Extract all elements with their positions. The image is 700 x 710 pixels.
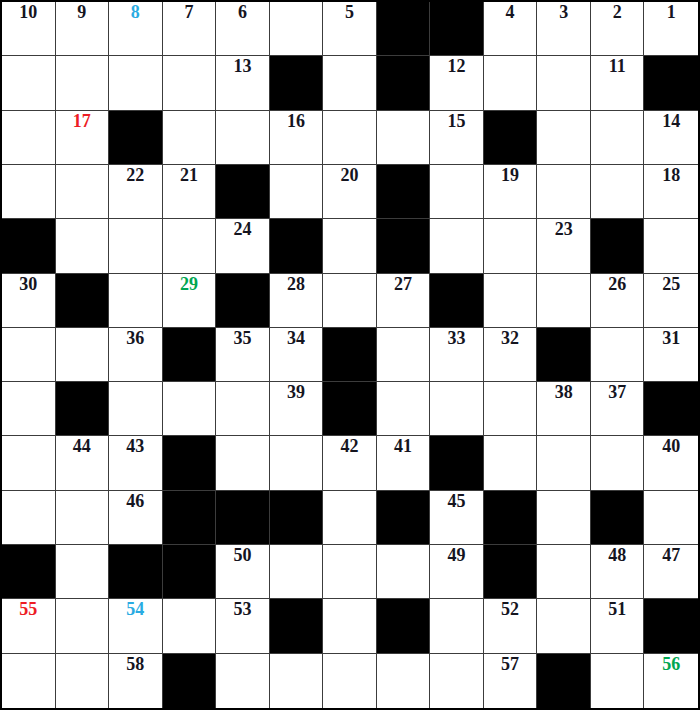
white-cell-r4c6[interactable]: [270, 165, 324, 219]
white-cell-r13c2[interactable]: [56, 654, 110, 708]
white-cell-r8c9[interactable]: [430, 382, 484, 436]
white-cell-r1c7[interactable]: 5: [323, 2, 377, 56]
white-cell-r9c12[interactable]: [591, 436, 645, 490]
white-cell-r2c5[interactable]: 13: [216, 56, 270, 110]
white-cell-r8c3[interactable]: [109, 382, 163, 436]
white-cell-r1c10[interactable]: 4: [484, 2, 538, 56]
clue-number-57: 57: [484, 655, 537, 675]
clue-number-46: 46: [109, 492, 162, 512]
white-cell-r2c10[interactable]: [484, 56, 538, 110]
clue-number-58: 58: [109, 655, 162, 675]
white-cell-r6c4[interactable]: 29: [163, 274, 217, 328]
clue-number-15: 15: [430, 112, 483, 132]
white-cell-r1c11[interactable]: 3: [537, 2, 591, 56]
white-cell-r3c9[interactable]: 15: [430, 111, 484, 165]
clue-number-56: 56: [644, 655, 698, 675]
clue-number-30: 30: [2, 275, 55, 295]
white-cell-r1c6[interactable]: [270, 2, 324, 56]
clue-number-26: 26: [591, 275, 644, 295]
white-cell-r11c13[interactable]: 47: [644, 545, 698, 599]
white-cell-r5c13[interactable]: [644, 219, 698, 273]
clue-number-16: 16: [270, 112, 323, 132]
clue-number-55: 55: [2, 600, 55, 620]
black-cell-r11c10: [484, 545, 538, 599]
white-cell-r11c2[interactable]: [56, 545, 110, 599]
clue-number-1: 1: [644, 3, 698, 23]
black-cell-r10c6: [270, 491, 324, 545]
black-cell-r3c3: [109, 111, 163, 165]
white-cell-r2c9[interactable]: 12: [430, 56, 484, 110]
white-cell-r3c12[interactable]: [591, 111, 645, 165]
white-cell-r1c5[interactable]: 6: [216, 2, 270, 56]
clue-number-12: 12: [430, 57, 483, 77]
clue-number-50: 50: [216, 546, 269, 566]
white-cell-r3c13[interactable]: 14: [644, 111, 698, 165]
white-cell-r3c4[interactable]: [163, 111, 217, 165]
black-cell-r10c8: [377, 491, 431, 545]
clue-number-43: 43: [109, 437, 162, 457]
clue-number-38: 38: [537, 383, 590, 403]
clue-number-35: 35: [216, 329, 269, 349]
white-cell-r13c5[interactable]: [216, 654, 270, 708]
clue-number-48: 48: [591, 546, 644, 566]
white-cell-r11c6[interactable]: [270, 545, 324, 599]
white-cell-r7c12[interactable]: [591, 328, 645, 382]
white-cell-r1c2[interactable]: 9: [56, 2, 110, 56]
white-cell-r4c1[interactable]: [2, 165, 56, 219]
white-cell-r10c13[interactable]: [644, 491, 698, 545]
white-cell-r3c2[interactable]: 17: [56, 111, 110, 165]
white-cell-r4c13[interactable]: 18: [644, 165, 698, 219]
white-cell-r3c7[interactable]: [323, 111, 377, 165]
white-cell-r12c3[interactable]: 54: [109, 599, 163, 653]
white-cell-r12c12[interactable]: 51: [591, 599, 645, 653]
white-cell-r11c7[interactable]: [323, 545, 377, 599]
clue-number-54: 54: [109, 600, 162, 620]
clue-number-27: 27: [377, 275, 430, 295]
white-cell-r5c2[interactable]: [56, 219, 110, 273]
white-cell-r6c1[interactable]: 30: [2, 274, 56, 328]
white-cell-r11c8[interactable]: [377, 545, 431, 599]
clue-number-52: 52: [484, 600, 537, 620]
clue-number-18: 18: [644, 166, 698, 186]
white-cell-r10c1[interactable]: [2, 491, 56, 545]
clue-number-36: 36: [109, 329, 162, 349]
black-cell-r11c4: [163, 545, 217, 599]
white-cell-r2c4[interactable]: [163, 56, 217, 110]
black-cell-r12c8: [377, 599, 431, 653]
white-cell-r5c11[interactable]: 23: [537, 219, 591, 273]
white-cell-r12c11[interactable]: [537, 599, 591, 653]
white-cell-r3c11[interactable]: [537, 111, 591, 165]
white-cell-r6c12[interactable]: 26: [591, 274, 645, 328]
white-cell-r11c5[interactable]: 50: [216, 545, 270, 599]
white-cell-r13c6[interactable]: [270, 654, 324, 708]
black-cell-r6c5: [216, 274, 270, 328]
black-cell-r3c10: [484, 111, 538, 165]
clue-number-34: 34: [270, 329, 323, 349]
black-cell-r1c9: [430, 2, 484, 56]
black-cell-r2c13: [644, 56, 698, 110]
white-cell-r8c8[interactable]: [377, 382, 431, 436]
clue-number-14: 14: [644, 112, 698, 132]
crossword-board: 1098765432113121117161514222120191824233…: [0, 0, 700, 710]
clue-number-23: 23: [537, 220, 590, 240]
white-cell-r7c2[interactable]: [56, 328, 110, 382]
black-cell-r6c9: [430, 274, 484, 328]
clue-number-28: 28: [270, 275, 323, 295]
white-cell-r13c8[interactable]: [377, 654, 431, 708]
black-cell-r5c12: [591, 219, 645, 273]
white-cell-r12c4[interactable]: [163, 599, 217, 653]
white-cell-r12c9[interactable]: [430, 599, 484, 653]
white-cell-r13c7[interactable]: [323, 654, 377, 708]
black-cell-r12c13: [644, 599, 698, 653]
white-cell-r4c2[interactable]: [56, 165, 110, 219]
white-cell-r2c11[interactable]: [537, 56, 591, 110]
white-cell-r8c5[interactable]: [216, 382, 270, 436]
white-cell-r5c9[interactable]: [430, 219, 484, 273]
white-cell-r7c1[interactable]: [2, 328, 56, 382]
white-cell-r6c6[interactable]: 28: [270, 274, 324, 328]
black-cell-r10c10: [484, 491, 538, 545]
white-cell-r6c11[interactable]: [537, 274, 591, 328]
white-cell-r12c5[interactable]: 53: [216, 599, 270, 653]
white-cell-r9c3[interactable]: 43: [109, 436, 163, 490]
white-cell-r10c3[interactable]: 46: [109, 491, 163, 545]
clue-number-45: 45: [430, 492, 483, 512]
clue-number-17: 17: [56, 112, 109, 132]
white-cell-r13c12[interactable]: [591, 654, 645, 708]
white-cell-r5c4[interactable]: [163, 219, 217, 273]
white-cell-r6c7[interactable]: [323, 274, 377, 328]
white-cell-r6c3[interactable]: [109, 274, 163, 328]
white-cell-r9c13[interactable]: 40: [644, 436, 698, 490]
clue-number-51: 51: [591, 600, 644, 620]
white-cell-r4c9[interactable]: [430, 165, 484, 219]
clue-number-39: 39: [270, 383, 323, 403]
white-cell-r1c13[interactable]: 1: [644, 2, 698, 56]
white-cell-r4c7[interactable]: 20: [323, 165, 377, 219]
white-cell-r9c10[interactable]: [484, 436, 538, 490]
white-cell-r8c6[interactable]: 39: [270, 382, 324, 436]
white-cell-r7c6[interactable]: 34: [270, 328, 324, 382]
black-cell-r7c11: [537, 328, 591, 382]
black-cell-r5c1: [2, 219, 56, 273]
black-cell-r9c4: [163, 436, 217, 490]
white-cell-r6c13[interactable]: 25: [644, 274, 698, 328]
clue-number-11: 11: [591, 57, 644, 77]
white-cell-r11c11[interactable]: [537, 545, 591, 599]
white-cell-r7c9[interactable]: 33: [430, 328, 484, 382]
black-cell-r6c2: [56, 274, 110, 328]
white-cell-r3c1[interactable]: [2, 111, 56, 165]
clue-number-47: 47: [644, 546, 698, 566]
white-cell-r2c12[interactable]: 11: [591, 56, 645, 110]
white-cell-r7c10[interactable]: 32: [484, 328, 538, 382]
white-cell-r12c7[interactable]: [323, 599, 377, 653]
black-cell-r13c11: [537, 654, 591, 708]
white-cell-r9c7[interactable]: 42: [323, 436, 377, 490]
white-cell-r4c10[interactable]: 19: [484, 165, 538, 219]
white-cell-r9c2[interactable]: 44: [56, 436, 110, 490]
white-cell-r7c3[interactable]: 36: [109, 328, 163, 382]
white-cell-r3c8[interactable]: [377, 111, 431, 165]
clue-number-53: 53: [216, 600, 269, 620]
black-cell-r2c8: [377, 56, 431, 110]
black-cell-r5c6: [270, 219, 324, 273]
clue-number-24: 24: [216, 220, 269, 240]
clue-number-20: 20: [323, 166, 376, 186]
clue-number-33: 33: [430, 329, 483, 349]
clue-number-31: 31: [644, 329, 698, 349]
white-cell-r11c9[interactable]: 49: [430, 545, 484, 599]
black-cell-r8c2: [56, 382, 110, 436]
clue-number-8: 8: [109, 3, 162, 23]
white-cell-r13c1[interactable]: [2, 654, 56, 708]
white-cell-r7c13[interactable]: 31: [644, 328, 698, 382]
white-cell-r2c1[interactable]: [2, 56, 56, 110]
black-cell-r12c6: [270, 599, 324, 653]
white-cell-r2c7[interactable]: [323, 56, 377, 110]
black-cell-r2c6: [270, 56, 324, 110]
white-cell-r2c3[interactable]: [109, 56, 163, 110]
black-cell-r5c8: [377, 219, 431, 273]
white-cell-r9c8[interactable]: 41: [377, 436, 431, 490]
black-cell-r11c1: [2, 545, 56, 599]
clue-number-41: 41: [377, 437, 430, 457]
clue-number-49: 49: [430, 546, 483, 566]
white-cell-r6c8[interactable]: 27: [377, 274, 431, 328]
white-cell-r1c3[interactable]: 8: [109, 2, 163, 56]
white-cell-r13c9[interactable]: [430, 654, 484, 708]
clue-number-22: 22: [109, 166, 162, 186]
clue-number-21: 21: [163, 166, 216, 186]
clue-number-10: 10: [2, 3, 55, 23]
clue-number-9: 9: [56, 3, 109, 23]
white-cell-r13c13[interactable]: 56: [644, 654, 698, 708]
black-cell-r4c8: [377, 165, 431, 219]
clue-number-42: 42: [323, 437, 376, 457]
white-cell-r5c3[interactable]: [109, 219, 163, 273]
white-cell-r7c5[interactable]: 35: [216, 328, 270, 382]
black-cell-r13c4: [163, 654, 217, 708]
white-cell-r1c1[interactable]: 10: [2, 2, 56, 56]
clue-number-19: 19: [484, 166, 537, 186]
white-cell-r10c9[interactable]: 45: [430, 491, 484, 545]
white-cell-r3c5[interactable]: [216, 111, 270, 165]
white-cell-r8c11[interactable]: 38: [537, 382, 591, 436]
white-cell-r8c4[interactable]: [163, 382, 217, 436]
white-cell-r7c8[interactable]: [377, 328, 431, 382]
white-cell-r4c11[interactable]: [537, 165, 591, 219]
white-cell-r10c11[interactable]: [537, 491, 591, 545]
clue-number-44: 44: [56, 437, 109, 457]
white-cell-r12c10[interactable]: 52: [484, 599, 538, 653]
white-cell-r4c12[interactable]: [591, 165, 645, 219]
white-cell-r5c10[interactable]: [484, 219, 538, 273]
white-cell-r8c1[interactable]: [2, 382, 56, 436]
white-cell-r4c4[interactable]: 21: [163, 165, 217, 219]
clue-number-40: 40: [644, 437, 698, 457]
white-cell-r8c10[interactable]: [484, 382, 538, 436]
white-cell-r9c6[interactable]: [270, 436, 324, 490]
clue-number-6: 6: [216, 3, 269, 23]
clue-number-7: 7: [163, 3, 216, 23]
black-cell-r11c3: [109, 545, 163, 599]
clue-number-13: 13: [216, 57, 269, 77]
white-cell-r11c12[interactable]: 48: [591, 545, 645, 599]
black-cell-r7c4: [163, 328, 217, 382]
white-cell-r5c5[interactable]: 24: [216, 219, 270, 273]
black-cell-r10c12: [591, 491, 645, 545]
white-cell-r4c3[interactable]: 22: [109, 165, 163, 219]
white-cell-r6c10[interactable]: [484, 274, 538, 328]
white-cell-r13c3[interactable]: 58: [109, 654, 163, 708]
clue-number-29: 29: [163, 275, 216, 295]
clue-number-4: 4: [484, 3, 537, 23]
black-cell-r8c7: [323, 382, 377, 436]
clue-number-3: 3: [537, 3, 590, 23]
clue-number-25: 25: [644, 275, 698, 295]
black-cell-r10c5: [216, 491, 270, 545]
white-cell-r12c1[interactable]: 55: [2, 599, 56, 653]
black-cell-r8c13: [644, 382, 698, 436]
white-cell-r8c12[interactable]: 37: [591, 382, 645, 436]
clue-number-37: 37: [591, 383, 644, 403]
black-cell-r4c5: [216, 165, 270, 219]
black-cell-r9c9: [430, 436, 484, 490]
white-cell-r1c4[interactable]: 7: [163, 2, 217, 56]
black-cell-r1c8: [377, 2, 431, 56]
clue-number-32: 32: [484, 329, 537, 349]
white-cell-r12c2[interactable]: [56, 599, 110, 653]
white-cell-r10c2[interactable]: [56, 491, 110, 545]
white-cell-r5c7[interactable]: [323, 219, 377, 273]
white-cell-r3c6[interactable]: 16: [270, 111, 324, 165]
clue-number-2: 2: [591, 3, 644, 23]
black-cell-r10c4: [163, 491, 217, 545]
white-cell-r9c11[interactable]: [537, 436, 591, 490]
white-cell-r13c10[interactable]: 57: [484, 654, 538, 708]
white-cell-r10c7[interactable]: [323, 491, 377, 545]
clue-number-5: 5: [323, 3, 376, 23]
white-cell-r9c5[interactable]: [216, 436, 270, 490]
white-cell-r2c2[interactable]: [56, 56, 110, 110]
white-cell-r1c12[interactable]: 2: [591, 2, 645, 56]
white-cell-r9c1[interactable]: [2, 436, 56, 490]
black-cell-r7c7: [323, 328, 377, 382]
